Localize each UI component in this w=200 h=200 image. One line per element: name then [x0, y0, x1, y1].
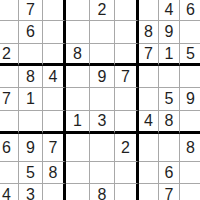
cell-r3c2[interactable] [19, 44, 43, 66]
cell-r9c9[interactable] [180, 184, 200, 200]
cell-r6c7[interactable]: 4 [139, 111, 159, 134]
cell-r5c5[interactable] [90, 88, 115, 111]
cell-r4c9[interactable] [180, 66, 200, 88]
cell-r2c2[interactable]: 6 [19, 21, 43, 44]
sudoku-grid: 724668928715849771591348697285864387 [0, 0, 200, 200]
cell-r4c8[interactable] [159, 66, 180, 88]
cell-r8c1[interactable] [0, 162, 19, 184]
cell-r8c3[interactable]: 8 [43, 162, 66, 184]
cell-r3c5[interactable] [90, 44, 115, 66]
cell-r9c2[interactable]: 3 [19, 184, 43, 200]
cell-r1c2[interactable]: 7 [19, 0, 43, 21]
cell-r6c9[interactable] [180, 111, 200, 134]
cell-r5c8[interactable]: 5 [159, 88, 180, 111]
cell-r9c6[interactable] [115, 184, 139, 200]
cell-r4c2[interactable]: 8 [19, 66, 43, 88]
cell-r5c3[interactable] [43, 88, 66, 111]
cell-r8c4[interactable] [66, 162, 90, 184]
cell-r7c7[interactable] [139, 134, 159, 162]
cell-r7c5[interactable] [90, 134, 115, 162]
cell-r8c7[interactable] [139, 162, 159, 184]
cell-r4c1[interactable] [0, 66, 19, 88]
cell-r1c3[interactable] [43, 0, 66, 21]
cell-r4c6[interactable]: 7 [115, 66, 139, 88]
cell-r1c1[interactable] [0, 0, 19, 21]
cell-r2c1[interactable] [0, 21, 19, 44]
cell-r7c8[interactable] [159, 134, 180, 162]
cell-r2c7[interactable]: 8 [139, 21, 159, 44]
cell-r3c4[interactable]: 8 [66, 44, 90, 66]
cell-r2c5[interactable] [90, 21, 115, 44]
cell-r8c9[interactable] [180, 162, 200, 184]
cell-r2c8[interactable]: 9 [159, 21, 180, 44]
cell-r2c3[interactable] [43, 21, 66, 44]
cell-r9c5[interactable]: 8 [90, 184, 115, 200]
cell-r4c7[interactable] [139, 66, 159, 88]
cell-r8c6[interactable] [115, 162, 139, 184]
cell-r9c4[interactable] [66, 184, 90, 200]
cell-r3c6[interactable] [115, 44, 139, 66]
cell-r2c4[interactable] [66, 21, 90, 44]
cell-r7c4[interactable] [66, 134, 90, 162]
cell-r3c8[interactable]: 1 [159, 44, 180, 66]
cell-r9c8[interactable]: 7 [159, 184, 180, 200]
cell-r5c7[interactable] [139, 88, 159, 111]
cell-r7c3[interactable]: 7 [43, 134, 66, 162]
cell-r3c1[interactable]: 2 [0, 44, 19, 66]
cell-r5c4[interactable] [66, 88, 90, 111]
cell-r8c2[interactable]: 5 [19, 162, 43, 184]
cell-r9c3[interactable] [43, 184, 66, 200]
cell-r8c5[interactable] [90, 162, 115, 184]
cell-r5c1[interactable]: 7 [0, 88, 19, 111]
cell-r6c6[interactable] [115, 111, 139, 134]
cell-r2c6[interactable] [115, 21, 139, 44]
cell-r9c1[interactable]: 4 [0, 184, 19, 200]
cell-r6c4[interactable]: 1 [66, 111, 90, 134]
cell-r1c8[interactable]: 4 [159, 0, 180, 21]
cell-r1c7[interactable] [139, 0, 159, 21]
cell-r6c8[interactable]: 8 [159, 111, 180, 134]
cell-r5c2[interactable]: 1 [19, 88, 43, 111]
cell-r4c3[interactable]: 4 [43, 66, 66, 88]
cell-r3c7[interactable]: 7 [139, 44, 159, 66]
cell-r6c3[interactable] [43, 111, 66, 134]
cell-r6c1[interactable] [0, 111, 19, 134]
cell-r5c9[interactable]: 9 [180, 88, 200, 111]
cell-r4c5[interactable]: 9 [90, 66, 115, 88]
cell-r9c7[interactable] [139, 184, 159, 200]
cell-r1c4[interactable] [66, 0, 90, 21]
cell-r1c9[interactable]: 6 [180, 0, 200, 21]
cell-r6c2[interactable] [19, 111, 43, 134]
cell-r1c6[interactable] [115, 0, 139, 21]
cell-r5c6[interactable] [115, 88, 139, 111]
cell-r7c9[interactable]: 8 [180, 134, 200, 162]
cell-r3c9[interactable]: 5 [180, 44, 200, 66]
cell-r1c5[interactable]: 2 [90, 0, 115, 21]
cell-r2c9[interactable] [180, 21, 200, 44]
cell-r7c1[interactable]: 6 [0, 134, 19, 162]
sudoku-screenshot: 724668928715849771591348697285864387 [0, 0, 200, 200]
cell-r6c5[interactable]: 3 [90, 111, 115, 134]
cell-r7c6[interactable]: 2 [115, 134, 139, 162]
cell-r4c4[interactable] [66, 66, 90, 88]
cell-r8c8[interactable]: 6 [159, 162, 180, 184]
cell-r7c2[interactable]: 9 [19, 134, 43, 162]
cell-r3c3[interactable] [43, 44, 66, 66]
